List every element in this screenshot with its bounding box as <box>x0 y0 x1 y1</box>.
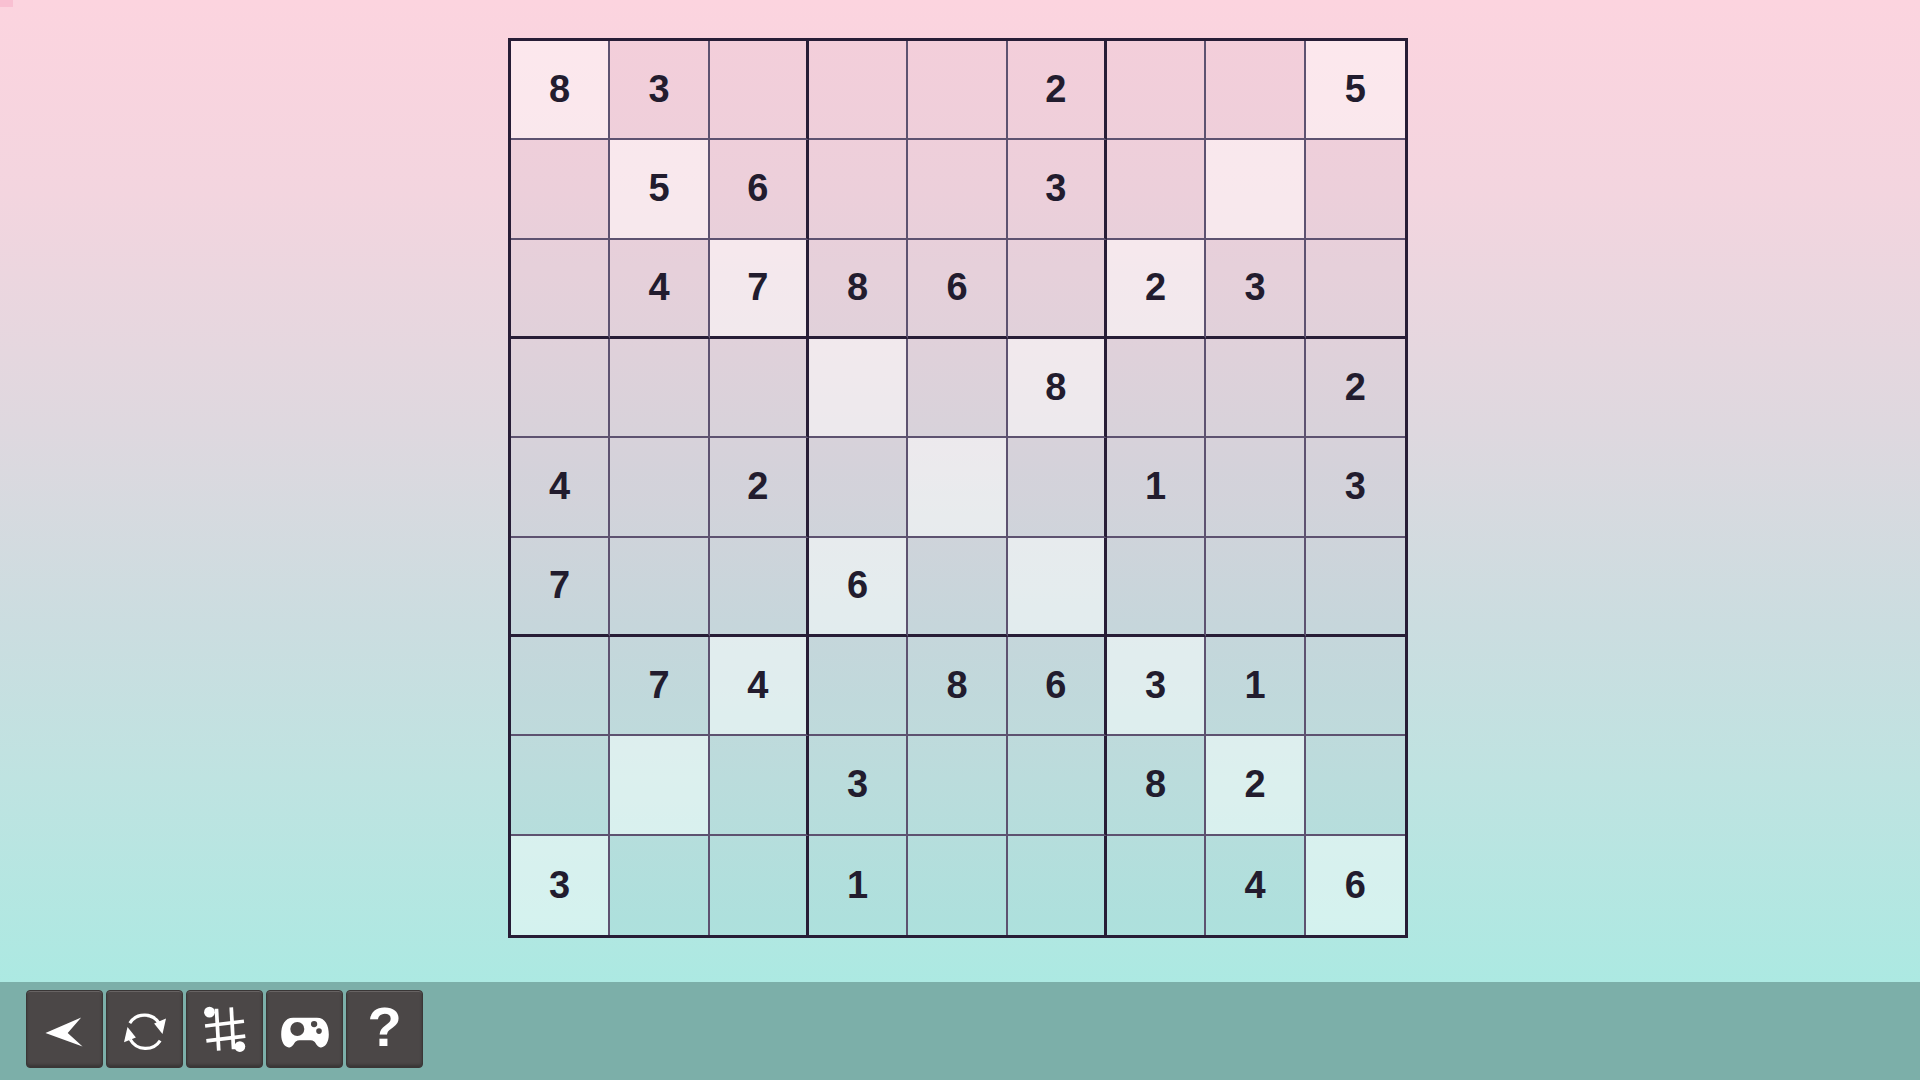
cell-r5c3[interactable]: 2 <box>710 438 809 537</box>
cell-r9c5[interactable] <box>908 836 1007 935</box>
cell-r2c6[interactable]: 3 <box>1008 140 1107 239</box>
cell-r8c8[interactable]: 2 <box>1206 736 1305 835</box>
cell-r5c2[interactable] <box>610 438 709 537</box>
cell-r8c3[interactable] <box>710 736 809 835</box>
cell-r7c4[interactable] <box>809 637 908 736</box>
cell-r4c6[interactable]: 8 <box>1008 339 1107 438</box>
games-button[interactable] <box>266 990 343 1068</box>
cell-r1c1[interactable]: 8 <box>511 41 610 140</box>
restart-button[interactable] <box>106 990 183 1068</box>
cell-r7c7[interactable]: 3 <box>1107 637 1206 736</box>
cell-r8c6[interactable] <box>1008 736 1107 835</box>
app-window: { "game": { "type": "sudoku-x", "name": … <box>0 0 1920 1080</box>
cell-r7c8[interactable]: 1 <box>1206 637 1305 736</box>
cell-r9c6[interactable] <box>1008 836 1107 935</box>
cell-r5c4[interactable] <box>809 438 908 537</box>
cell-r2c5[interactable] <box>908 140 1007 239</box>
toolbar: ? <box>26 990 423 1068</box>
cell-r8c9[interactable] <box>1306 736 1405 835</box>
help-button[interactable]: ? <box>346 990 423 1068</box>
board-button[interactable] <box>186 990 263 1068</box>
cell-r9c3[interactable] <box>710 836 809 935</box>
cell-r5c7[interactable]: 1 <box>1107 438 1206 537</box>
cell-r2c9[interactable] <box>1306 140 1405 239</box>
cell-r1c5[interactable] <box>908 41 1007 140</box>
back-arrow-icon <box>38 1002 92 1056</box>
cell-r2c4[interactable] <box>809 140 908 239</box>
cell-r6c5[interactable] <box>908 538 1007 637</box>
cell-r7c2[interactable]: 7 <box>610 637 709 736</box>
cell-r2c3[interactable]: 6 <box>710 140 809 239</box>
cell-r8c4[interactable]: 3 <box>809 736 908 835</box>
cell-r3c6[interactable] <box>1008 240 1107 339</box>
cell-r5c8[interactable] <box>1206 438 1305 537</box>
cell-r7c1[interactable] <box>511 637 610 736</box>
cell-r3c9[interactable] <box>1306 240 1405 339</box>
restart-cycle-icon <box>117 1001 173 1057</box>
cell-r1c3[interactable] <box>710 41 809 140</box>
grid-board-icon <box>198 1002 252 1056</box>
cell-r2c7[interactable] <box>1107 140 1206 239</box>
corner-artifact <box>0 0 13 7</box>
question-mark: ? <box>367 999 401 1055</box>
cell-r6c8[interactable] <box>1206 538 1305 637</box>
cell-r4c3[interactable] <box>710 339 809 438</box>
cell-r1c7[interactable] <box>1107 41 1206 140</box>
cell-r3c1[interactable] <box>511 240 610 339</box>
cell-r4c9[interactable]: 2 <box>1306 339 1405 438</box>
cell-r3c4[interactable]: 8 <box>809 240 908 339</box>
cell-r8c2[interactable] <box>610 736 709 835</box>
cell-r6c2[interactable] <box>610 538 709 637</box>
cell-r3c5[interactable]: 6 <box>908 240 1007 339</box>
cell-r5c6[interactable] <box>1008 438 1107 537</box>
cell-r1c2[interactable]: 3 <box>610 41 709 140</box>
cell-r6c1[interactable]: 7 <box>511 538 610 637</box>
cell-r1c6[interactable]: 2 <box>1008 41 1107 140</box>
cell-r4c4[interactable] <box>809 339 908 438</box>
gamepad-icon <box>277 1001 333 1057</box>
toolbar-band: ? <box>0 982 1920 1080</box>
cell-r5c1[interactable]: 4 <box>511 438 610 537</box>
cell-r2c2[interactable]: 5 <box>610 140 709 239</box>
cell-r8c5[interactable] <box>908 736 1007 835</box>
cell-r5c9[interactable]: 3 <box>1306 438 1405 537</box>
cell-r9c7[interactable] <box>1107 836 1206 935</box>
cell-r9c2[interactable] <box>610 836 709 935</box>
cell-r1c4[interactable] <box>809 41 908 140</box>
cell-r5c5[interactable] <box>908 438 1007 537</box>
cell-r1c9[interactable]: 5 <box>1306 41 1405 140</box>
cell-r9c9[interactable]: 6 <box>1306 836 1405 935</box>
cell-r2c1[interactable] <box>511 140 610 239</box>
cell-r4c7[interactable] <box>1107 339 1206 438</box>
cell-r4c8[interactable] <box>1206 339 1305 438</box>
back-button[interactable] <box>26 990 103 1068</box>
cell-r9c4[interactable]: 1 <box>809 836 908 935</box>
cell-r4c1[interactable] <box>511 339 610 438</box>
cell-r4c2[interactable] <box>610 339 709 438</box>
cell-r6c4[interactable]: 6 <box>809 538 908 637</box>
cell-r3c2[interactable]: 4 <box>610 240 709 339</box>
cell-r7c3[interactable]: 4 <box>710 637 809 736</box>
sudoku-board: 8325563478623824213767486313823146 <box>508 38 1408 938</box>
cell-r8c7[interactable]: 8 <box>1107 736 1206 835</box>
cell-r4c5[interactable] <box>908 339 1007 438</box>
cell-r7c5[interactable]: 8 <box>908 637 1007 736</box>
cell-r3c3[interactable]: 7 <box>710 240 809 339</box>
cell-r3c8[interactable]: 3 <box>1206 240 1305 339</box>
cell-r6c7[interactable] <box>1107 538 1206 637</box>
cell-r9c8[interactable]: 4 <box>1206 836 1305 935</box>
cell-r9c1[interactable]: 3 <box>511 836 610 935</box>
cell-r1c8[interactable] <box>1206 41 1305 140</box>
cell-r6c3[interactable] <box>710 538 809 637</box>
cell-r6c9[interactable] <box>1306 538 1405 637</box>
cell-r7c6[interactable]: 6 <box>1008 637 1107 736</box>
cell-r6c6[interactable] <box>1008 538 1107 637</box>
cell-r2c8[interactable] <box>1206 140 1305 239</box>
cell-r3c7[interactable]: 2 <box>1107 240 1206 339</box>
cell-r7c9[interactable] <box>1306 637 1405 736</box>
cell-r8c1[interactable] <box>511 736 610 835</box>
